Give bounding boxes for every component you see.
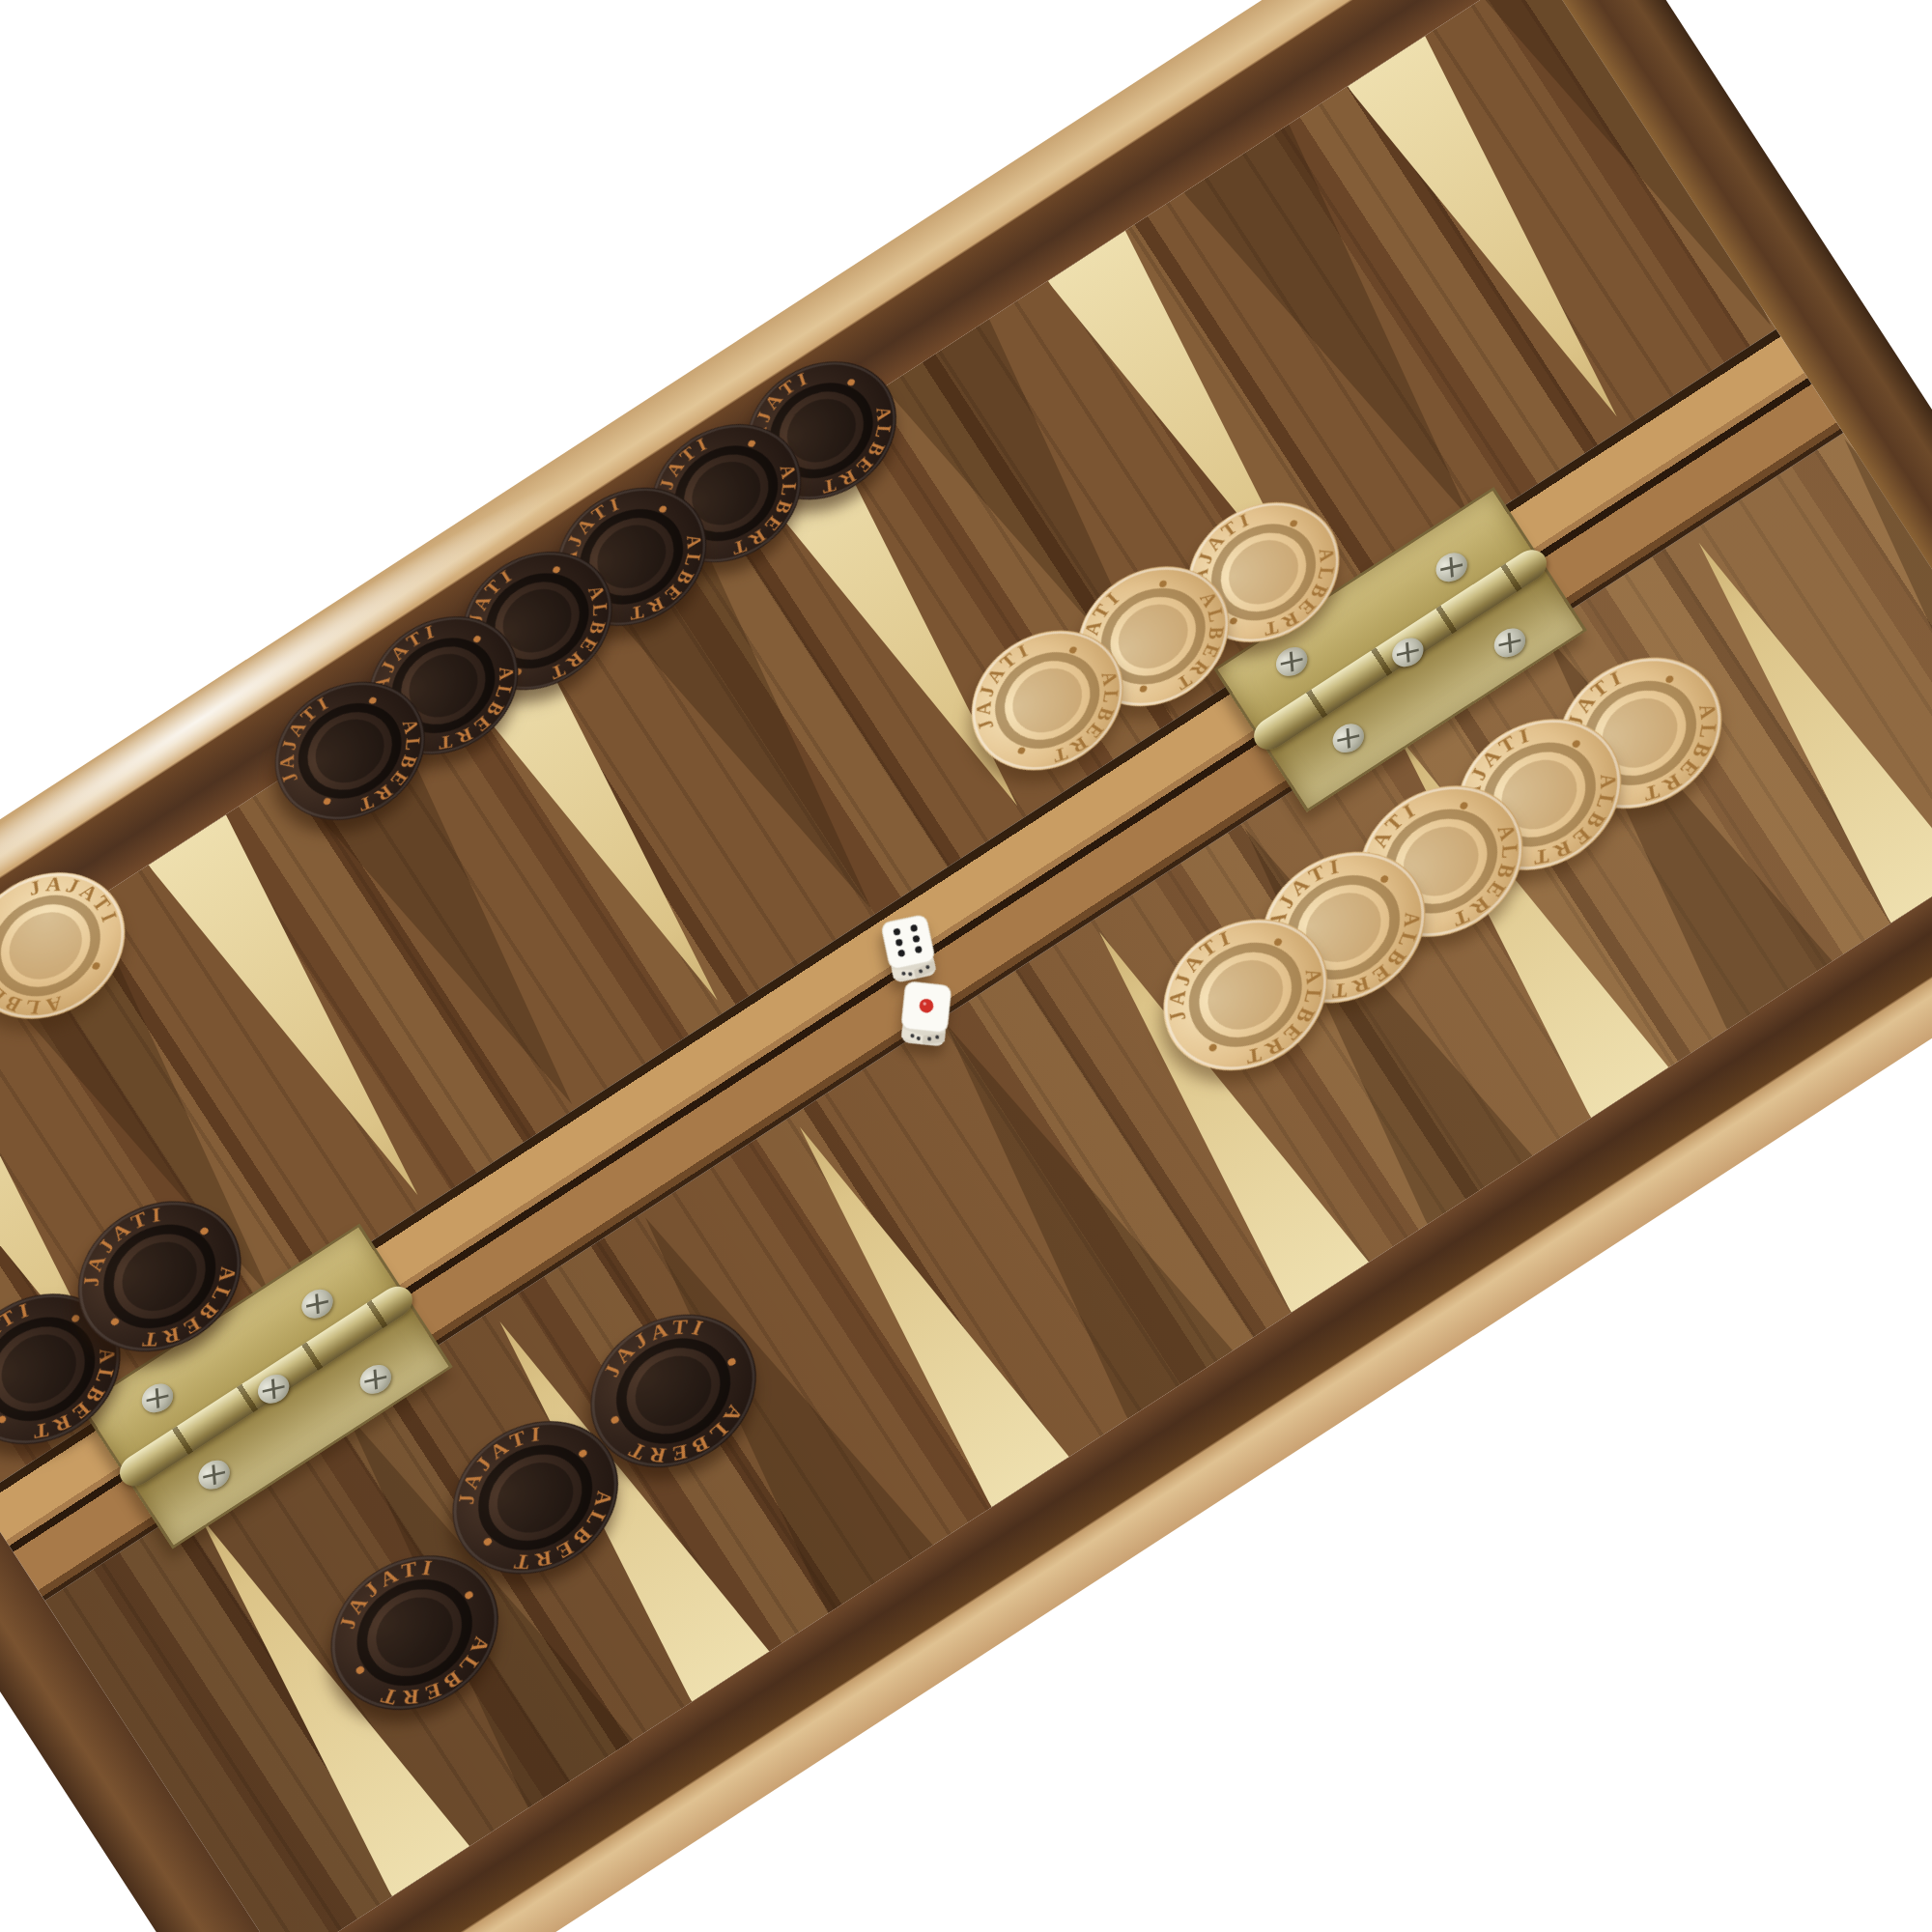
photo-stage: JAJATIALBERTJAJATIALBERTJAJATIALBERTJAJA…	[0, 0, 1932, 1932]
hinge-screw	[193, 1455, 236, 1495]
hinge-screw	[1489, 622, 1531, 663]
hinge-screw	[297, 1284, 339, 1324]
board-frame: JAJATIALBERTJAJATIALBERTJAJATIALBERTJAJA…	[0, 0, 1932, 1932]
backgammon-board: JAJATIALBERTJAJATIALBERTJAJATIALBERTJAJA…	[0, 0, 1932, 1932]
hinge-screw	[1431, 547, 1473, 587]
hinge-screw	[1327, 718, 1370, 758]
hinge-screw	[1270, 641, 1313, 682]
hinge-screw	[355, 1359, 397, 1400]
